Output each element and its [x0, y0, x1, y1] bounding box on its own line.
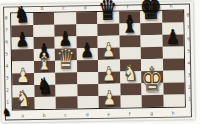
piece-white-p-a3-icon[interactable]: ♟	[16, 66, 30, 86]
square-e5[interactable]: ♟	[98, 48, 120, 60]
file-label-bottom-f: f	[129, 112, 131, 117]
off-board-black-knight-icon: ♞	[2, 107, 12, 118]
piece-white-q-c4-icon[interactable]: ♛	[56, 46, 75, 74]
piece-white-n-f3-icon[interactable]: ♞	[123, 62, 139, 85]
square-c4[interactable]: ♛	[55, 60, 77, 72]
square-g1[interactable]	[142, 95, 164, 107]
square-d7[interactable]	[76, 24, 98, 36]
square-c1[interactable]	[56, 96, 78, 108]
file-label-bottom-d: d	[86, 113, 89, 118]
rank-label-left-4: 4	[6, 64, 9, 69]
file-label-bottom-c: c	[64, 114, 67, 119]
square-g6[interactable]	[141, 35, 163, 47]
piece-black-p-a6-icon[interactable]: ♟	[15, 30, 29, 50]
rank-label-left-6: 6	[5, 40, 8, 45]
square-f6[interactable]	[119, 35, 141, 47]
piece-black-n-b2-icon[interactable]: ♞	[37, 75, 53, 98]
square-c2[interactable]	[55, 84, 77, 96]
rank-label-right-1: 1	[188, 97, 191, 102]
square-d8[interactable]	[76, 12, 98, 24]
square-h8[interactable]	[162, 10, 184, 22]
square-h5[interactable]	[162, 46, 184, 58]
square-f3[interactable]: ♞	[120, 71, 142, 83]
rank-label-left-2: 2	[6, 88, 9, 93]
piece-white-p-e5-icon[interactable]: ♟	[102, 41, 116, 61]
square-a6[interactable]: ♟	[12, 37, 34, 49]
rank-label-right-6: 6	[187, 37, 190, 42]
file-label-bottom-b: b	[43, 114, 46, 119]
file-label-bottom-e: e	[107, 113, 110, 118]
square-f7[interactable]: ♝	[119, 23, 141, 35]
rank-label-right-7: 7	[187, 25, 190, 30]
rank-label-right-4: 4	[187, 61, 190, 66]
piece-black-q-e8-icon[interactable]: ♛	[98, 0, 117, 25]
square-c8[interactable]	[54, 12, 76, 24]
square-d3[interactable]	[77, 72, 99, 84]
file-label-top-h: h	[170, 4, 173, 9]
square-b8[interactable]	[33, 13, 55, 25]
piece-white-n-a1-icon[interactable]: ♞	[16, 88, 32, 111]
chessboard-photo: ♞♛♚♝♟♟♟♟♟♟♝♛♟♟♞♞♚♞♟ aabbccddeeffgghh8877…	[0, 0, 200, 124]
piece-black-k-g8-icon[interactable]: ♚	[139, 0, 162, 24]
square-h3[interactable]	[163, 70, 185, 82]
rank-label-right-8: 8	[187, 13, 190, 18]
rank-label-right-2: 2	[188, 85, 191, 90]
board-playing-area: ♞♛♚♝♟♟♟♟♟♟♝♛♟♟♞♞♚♞♟	[10, 9, 186, 110]
square-h6[interactable]: ♟	[162, 34, 184, 46]
rank-label-left-7: 7	[5, 28, 8, 33]
rank-label-right-5: 5	[187, 49, 190, 54]
square-a8[interactable]: ♞	[11, 13, 33, 25]
square-f2[interactable]	[120, 83, 142, 95]
file-label-top-f: f	[127, 5, 129, 10]
square-e7[interactable]	[97, 24, 119, 36]
file-label-bottom-h: h	[172, 112, 175, 117]
square-d2[interactable]	[77, 84, 99, 96]
file-label-top-b: b	[41, 6, 44, 11]
square-g8[interactable]: ♚	[140, 11, 162, 23]
square-f1[interactable]	[120, 95, 142, 107]
square-a1[interactable]: ♞	[13, 97, 35, 109]
square-c3[interactable]	[55, 72, 77, 84]
piece-black-p-h6-icon[interactable]: ♟	[166, 28, 180, 48]
rank-label-left-5: 5	[5, 52, 8, 57]
square-d4[interactable]	[76, 60, 98, 72]
square-e8[interactable]: ♛	[97, 12, 119, 24]
square-b7[interactable]	[33, 25, 55, 37]
square-h1[interactable]	[163, 94, 185, 106]
square-d5[interactable]: ♟	[76, 48, 98, 60]
square-h2[interactable]	[163, 82, 185, 94]
piece-white-k-g2-icon[interactable]: ♚	[141, 63, 164, 96]
piece-black-b-f7-icon[interactable]: ♝	[121, 13, 138, 37]
square-a3[interactable]: ♟	[12, 73, 34, 85]
piece-white-b-b4-icon[interactable]: ♝	[36, 50, 53, 74]
square-d1[interactable]	[77, 96, 99, 108]
square-g5[interactable]	[141, 47, 163, 59]
piece-white-p-e3-icon[interactable]: ♟	[102, 65, 116, 85]
file-label-top-d: d	[84, 6, 87, 11]
rank-label-left-8: 8	[5, 16, 8, 21]
piece-black-n-a8-icon[interactable]: ♞	[14, 4, 30, 27]
square-g7[interactable]	[140, 23, 162, 35]
square-e3[interactable]: ♟	[98, 72, 120, 84]
piece-black-p-d5-icon[interactable]: ♟	[80, 41, 94, 61]
file-label-top-c: c	[62, 6, 65, 11]
file-label-bottom-g: g	[150, 112, 153, 117]
square-a5[interactable]	[12, 49, 34, 61]
vinyl-board: ♞♛♚♝♟♟♟♟♟♟♝♛♟♟♞♞♚♞♟ aabbccddeeffgghh8877…	[0, 1, 195, 122]
square-b2[interactable]: ♞	[34, 85, 56, 97]
file-label-bottom-a: a	[21, 114, 24, 119]
square-b1[interactable]	[34, 97, 56, 109]
square-h4[interactable]	[162, 58, 184, 70]
square-f5[interactable]	[119, 47, 141, 59]
piece-white-p-e1-icon[interactable]: ♟	[102, 89, 116, 109]
square-e1[interactable]: ♟	[99, 96, 121, 108]
square-b4[interactable]: ♝	[33, 61, 55, 73]
rank-label-left-3: 3	[6, 76, 9, 81]
square-g2[interactable]: ♚	[141, 83, 163, 95]
rank-label-right-3: 3	[188, 73, 191, 78]
rank-label-left-1: 1	[6, 100, 9, 105]
